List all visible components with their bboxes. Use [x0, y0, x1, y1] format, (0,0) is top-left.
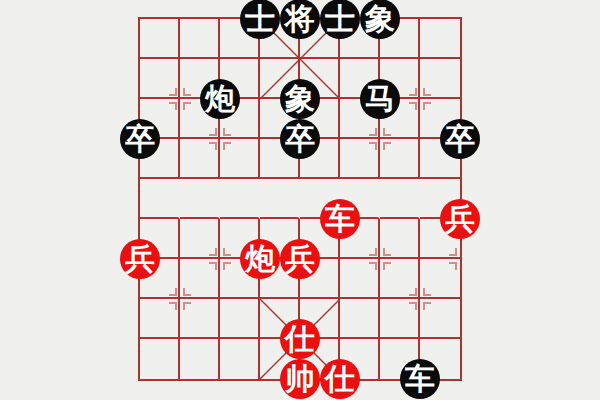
- piece-black-general[interactable]: 将: [280, 0, 320, 39]
- piece-red-pawn-a[interactable]: 兵: [120, 239, 160, 279]
- piece-red-king[interactable]: 帅: [280, 359, 320, 399]
- piece-black-advisor-right[interactable]: 士: [320, 0, 360, 39]
- piece-layer: 士将士象炮象马卒卒卒车兵兵炮兵仕帅仕车: [0, 0, 600, 400]
- piece-red-chariot[interactable]: 车: [320, 199, 360, 239]
- piece-red-pawn-i[interactable]: 兵: [440, 199, 480, 239]
- piece-black-elephant-right[interactable]: 象: [360, 0, 400, 39]
- piece-black-cannon[interactable]: 炮: [200, 79, 240, 119]
- piece-black-chariot[interactable]: 车: [400, 359, 440, 399]
- piece-red-advisor-center[interactable]: 仕: [280, 319, 320, 359]
- piece-black-advisor-left[interactable]: 士: [240, 0, 280, 39]
- piece-black-pawn-e[interactable]: 卒: [280, 119, 320, 159]
- piece-red-cannon[interactable]: 炮: [240, 239, 280, 279]
- piece-red-advisor-right[interactable]: 仕: [320, 359, 360, 399]
- xiangqi-board: 士将士象炮象马卒卒卒车兵兵炮兵仕帅仕车: [0, 0, 600, 400]
- piece-black-pawn-a[interactable]: 卒: [120, 119, 160, 159]
- piece-black-pawn-i[interactable]: 卒: [440, 119, 480, 159]
- piece-red-pawn-e[interactable]: 兵: [280, 239, 320, 279]
- piece-black-horse[interactable]: 马: [360, 79, 400, 119]
- piece-black-elephant-left[interactable]: 象: [280, 79, 320, 119]
